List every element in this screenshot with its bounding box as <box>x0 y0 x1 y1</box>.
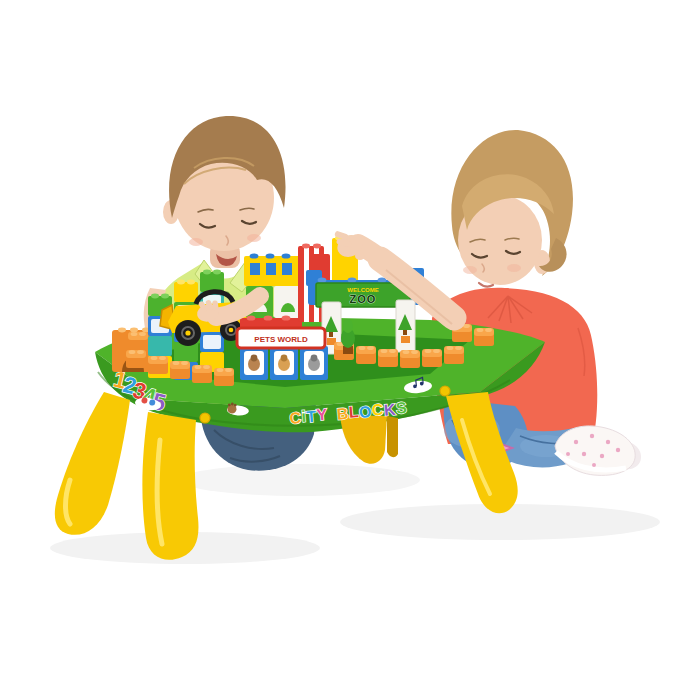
orange-block <box>474 328 494 346</box>
table-ramp-shadow <box>387 416 398 457</box>
orange-block <box>444 346 464 364</box>
yellow-dot <box>440 386 450 396</box>
yellow-dot <box>200 413 210 423</box>
floor-shadows <box>50 464 660 564</box>
orange-block <box>148 356 168 374</box>
orange-block <box>128 332 148 350</box>
pets-blocks <box>240 346 328 380</box>
table-leg-center <box>142 412 198 560</box>
boy-cheek-left <box>189 238 203 246</box>
orange-block <box>192 365 212 383</box>
zoo-banner-main-text: ZOO <box>350 293 377 305</box>
orange-block <box>170 361 190 379</box>
girl-cheek-right <box>507 264 521 272</box>
shadow-center <box>180 464 420 496</box>
gate-pillar-right <box>396 300 415 352</box>
orange-block <box>214 368 234 386</box>
product-photo: 12345 CiTYBLOCKS <box>0 0 700 700</box>
pets-sign-text: PETS WORLD <box>254 335 308 344</box>
scene-svg: 12345 CiTYBLOCKS <box>0 0 700 700</box>
pets-sign: PETS WORLD <box>237 328 325 348</box>
orange-block <box>400 350 420 368</box>
boy-cheek-right <box>247 234 261 242</box>
girl-cheek-left <box>463 266 477 274</box>
orange-block <box>126 350 146 368</box>
orange-block <box>422 349 442 367</box>
table-ramp <box>340 415 387 464</box>
orange-block <box>356 346 376 364</box>
girl-shoe <box>555 426 641 475</box>
orange-block <box>378 349 398 367</box>
boy-face <box>163 116 286 266</box>
